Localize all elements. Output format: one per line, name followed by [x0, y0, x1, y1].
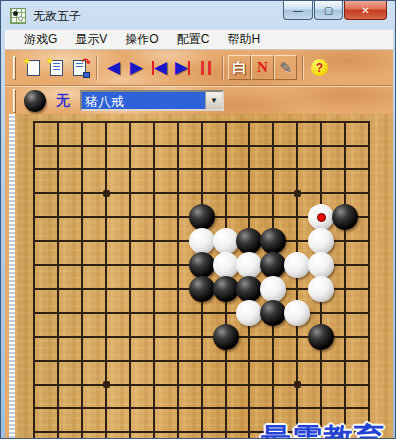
white-stone [284, 252, 310, 278]
white-stone [213, 252, 239, 278]
black-stone [213, 276, 239, 302]
white-side-label: 白 [233, 59, 247, 77]
black-stone [260, 228, 286, 254]
help-button[interactable]: ? [308, 55, 331, 80]
white-stone [308, 228, 334, 254]
star-point [294, 190, 301, 197]
bar-icon [188, 61, 190, 75]
window-title: 无敌五子 [33, 8, 81, 25]
black-stone-preview [24, 90, 46, 112]
grid-line-h [33, 312, 370, 314]
grid-line-h [33, 121, 370, 123]
arrow-left-icon: ◀ [107, 59, 120, 76]
white-stone [308, 252, 334, 278]
player-bar: 无 猪八戒 ▼ [5, 86, 393, 114]
star-point [294, 381, 301, 388]
n-label: N [257, 59, 268, 76]
toolbar-separator [302, 56, 303, 80]
minimize-button[interactable]: — [283, 1, 313, 20]
white-stone [260, 276, 286, 302]
grid-line-h [33, 192, 370, 194]
annotate-button[interactable]: ✎ [274, 55, 297, 80]
white-stone [189, 228, 215, 254]
last-move-button[interactable]: ▶ [171, 55, 194, 80]
undo-button[interactable]: ◀ [102, 55, 125, 80]
black-stone [189, 204, 215, 230]
first-move-button[interactable]: ◀ [148, 55, 171, 80]
title-bar[interactable]: 无敌五子 — ▢ ✕ [1, 1, 395, 30]
redo-button[interactable]: ▶ [125, 55, 148, 80]
star-point [103, 190, 110, 197]
menu-game[interactable]: 游戏G [15, 29, 66, 51]
app-icon [10, 8, 26, 24]
last-move-marker [317, 213, 326, 222]
toolbar: ✦ ✦ ↷ ◀ ▶ ◀ ▶ [5, 50, 393, 86]
arrow-right-bar-icon: ▶ [175, 59, 188, 76]
watermark: 最需教育 [261, 419, 385, 439]
black-stone [260, 300, 286, 326]
black-stone [308, 324, 334, 350]
grid-line-h [33, 360, 370, 362]
white-side-button[interactable]: 白 [228, 55, 251, 80]
black-stone [213, 324, 239, 350]
black-stone [236, 228, 262, 254]
black-stone [189, 276, 215, 302]
pen-icon: ✎ [279, 59, 292, 77]
help-icon: ? [311, 59, 328, 76]
toolbar-separator [222, 56, 223, 80]
open-button[interactable]: ✦ [45, 55, 68, 80]
white-stone [213, 228, 239, 254]
menu-operate[interactable]: 操作O [116, 29, 167, 51]
engine-select-value: 猪八戒 [82, 92, 205, 109]
white-stone [308, 204, 334, 230]
open-document-icon: ✦ [50, 60, 63, 76]
grid-line-h [33, 145, 370, 147]
white-stone [308, 276, 334, 302]
pause-button[interactable] [194, 55, 217, 80]
board-panel: 最需教育 [5, 114, 393, 439]
grid-line-h [33, 384, 370, 386]
black-stone [332, 204, 358, 230]
save-document-icon: ↷ [73, 60, 86, 76]
arrow-left-bar-icon: ◀ [154, 59, 167, 76]
new-game-button[interactable]: ✦ [22, 55, 45, 80]
menu-view[interactable]: 显示V [66, 29, 116, 51]
white-stone [284, 300, 310, 326]
menu-bar: 游戏G 显示V 操作O 配置C 帮助H [5, 30, 393, 50]
close-button[interactable]: ✕ [344, 1, 387, 20]
board-wood[interactable] [15, 114, 393, 439]
star-point [103, 381, 110, 388]
player-bar-grip[interactable] [13, 89, 16, 113]
app-window: 无敌五子 — ▢ ✕ 游戏G 显示V 操作O 配置C 帮助H ✦ ✦ ↷ [0, 0, 396, 439]
white-stone [236, 300, 262, 326]
chevron-down-icon[interactable]: ▼ [205, 92, 222, 109]
new-document-icon: ✦ [27, 60, 40, 76]
grid-line-h [33, 407, 370, 409]
save-button[interactable]: ↷ [68, 55, 91, 80]
black-stone [189, 252, 215, 278]
side-label: 无 [56, 92, 70, 110]
toolbar-grip[interactable] [13, 56, 16, 80]
toolbar-separator [96, 56, 97, 80]
arrow-right-icon: ▶ [130, 59, 143, 76]
menu-config[interactable]: 配置C [168, 29, 219, 51]
pause-icon [201, 61, 204, 75]
white-stone [236, 252, 262, 278]
black-stone [236, 276, 262, 302]
client-area: 游戏G 显示V 操作O 配置C 帮助H ✦ ✦ ↷ ◀ ▶ [5, 30, 393, 439]
menu-help[interactable]: 帮助H [218, 29, 269, 51]
engine-select[interactable]: 猪八戒 ▼ [80, 90, 224, 111]
grid-line-h [33, 168, 370, 170]
black-stone [260, 252, 286, 278]
maximize-button[interactable]: ▢ [314, 1, 343, 20]
n-button[interactable]: N [251, 55, 274, 80]
